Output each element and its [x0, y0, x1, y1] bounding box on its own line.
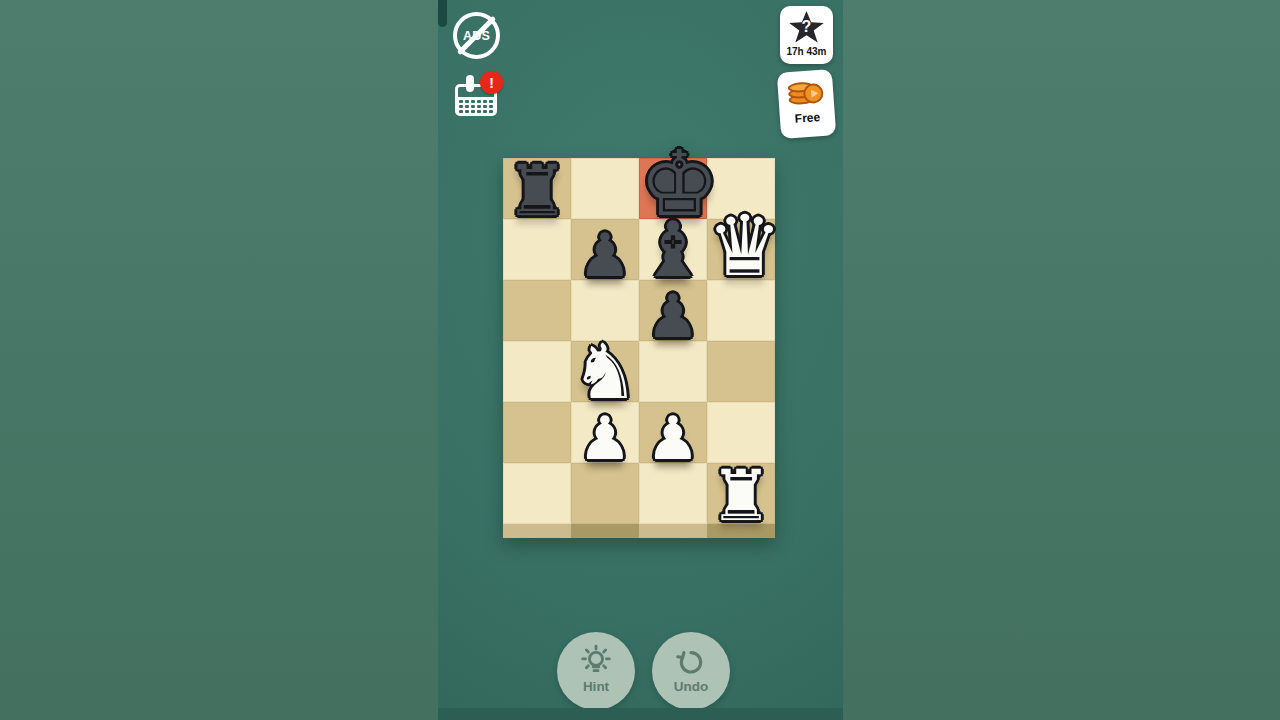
black-rook[interactable]: ♜	[503, 165, 571, 218]
square-r5c3[interactable]: ♟	[639, 402, 707, 463]
free-coins-card[interactable]: Free	[777, 69, 836, 139]
square-r5c4[interactable]	[707, 402, 775, 463]
black-bishop[interactable]: ♝	[639, 221, 707, 279]
undo-label: Undo	[674, 679, 709, 694]
square-r3c3[interactable]: ♟	[639, 280, 707, 341]
phone-screen: ADS ! ? 17h 43m Free ♜♚♟♝♛♟♞♟♟♜	[438, 0, 843, 720]
no-ads-button[interactable]: ADS	[453, 12, 500, 59]
bottom-bar	[438, 708, 843, 720]
calendar-pin-icon	[466, 75, 474, 92]
puzzle-pack-timer-card[interactable]: ? 17h 43m	[780, 6, 833, 64]
square-r2c4[interactable]: ♛	[707, 219, 775, 280]
screen-corner-notch	[438, 0, 447, 27]
square-r6c1[interactable]	[503, 463, 571, 524]
square-r1c2[interactable]	[571, 158, 639, 219]
letterbox-right	[843, 0, 1280, 720]
square-r3c1[interactable]	[503, 280, 571, 341]
black-pawn[interactable]: ♟	[571, 233, 639, 279]
daily-puzzle-calendar-button[interactable]: !	[454, 71, 514, 119]
calendar-grid-icon	[455, 97, 497, 116]
undo-arrow-icon	[674, 644, 708, 678]
square-r4c1[interactable]	[503, 341, 571, 402]
square-r1c1[interactable]: ♜	[503, 158, 571, 219]
square-r4c4[interactable]	[707, 341, 775, 402]
undo-button[interactable]: Undo	[652, 632, 730, 710]
square-r2c2[interactable]: ♟	[571, 219, 639, 280]
time-remaining-label: 17h 43m	[786, 46, 826, 57]
letterbox-left	[0, 0, 438, 720]
lightbulb-icon	[579, 644, 613, 678]
star-question-mark: ?	[789, 11, 825, 45]
square-r2c3[interactable]: ♝	[639, 219, 707, 280]
white-rook[interactable]: ♜	[707, 470, 775, 523]
square-r6c4[interactable]: ♜	[707, 463, 775, 524]
hint-label: Hint	[583, 679, 609, 694]
star-question-icon: ?	[789, 11, 825, 45]
chess-board-container: ♜♚♟♝♛♟♞♟♟♜	[503, 158, 775, 538]
square-r5c2[interactable]: ♟	[571, 402, 639, 463]
notification-badge: !	[480, 71, 503, 94]
square-r5c1[interactable]	[503, 402, 571, 463]
white-knight[interactable]: ♞	[571, 343, 639, 401]
coins-icon	[787, 79, 825, 111]
hint-button[interactable]: Hint	[557, 632, 635, 710]
white-queen[interactable]: ♛	[707, 215, 775, 279]
white-pawn[interactable]: ♟	[639, 416, 707, 462]
free-label: Free	[794, 110, 820, 126]
white-pawn[interactable]: ♟	[571, 416, 639, 462]
chess-board: ♜♚♟♝♛♟♞♟♟♜	[503, 158, 775, 524]
black-pawn[interactable]: ♟	[639, 294, 707, 340]
square-r4c2[interactable]: ♞	[571, 341, 639, 402]
